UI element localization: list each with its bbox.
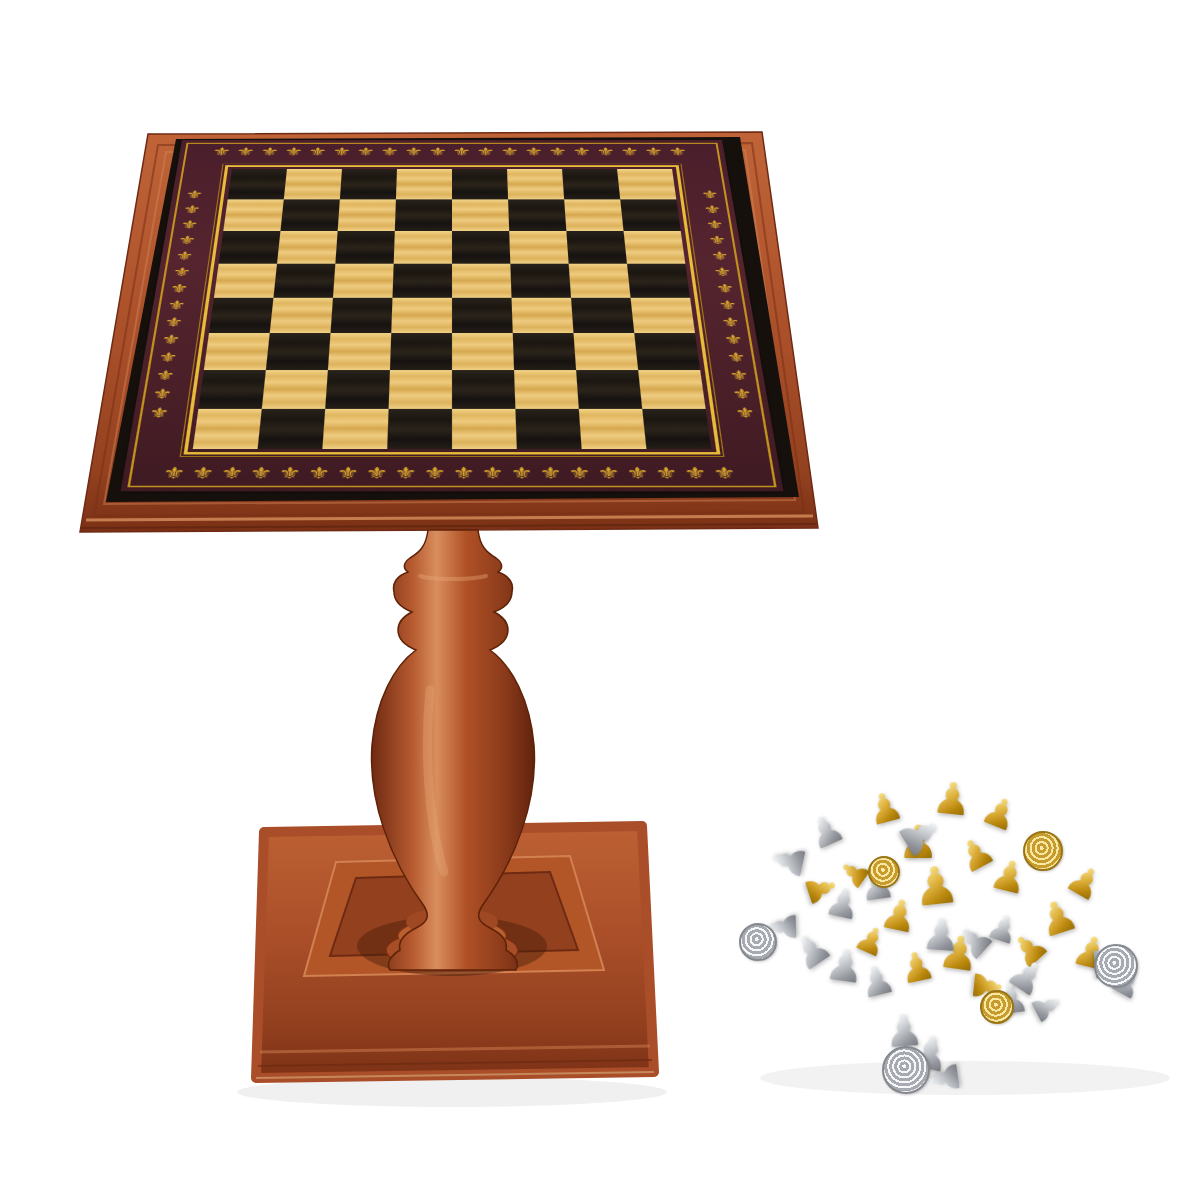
pieces-pile: ♟♟♟♟♟♟♟♟♟♟♟♟♟♟♟♟♟♟♟♟♟♟♟♟♟♟♟♟♟♟♟♟♟♟♟♟♟♟♟ — [0, 0, 1200, 1200]
silver-pawn-piece: ♟ — [855, 957, 899, 1004]
chess-table-product-photo: ⚜⚜⚜⚜⚜⚜⚜⚜⚜⚜⚜⚜⚜⚜⚜⚜⚜⚜⚜⚜⚜⚜⚜⚜⚜⚜ ⚜⚜⚜⚜⚜⚜⚜⚜⚜⚜⚜⚜⚜… — [0, 0, 1200, 1200]
silver-pawn-piece: ♟ — [765, 838, 814, 884]
silver-piece-base-disc — [1094, 944, 1138, 988]
silver-piece-base-disc — [882, 1046, 930, 1094]
silver-pawn-piece: ♟ — [821, 880, 864, 927]
gold-piece-base-disc — [868, 856, 900, 888]
gold-piece-base-disc — [1023, 831, 1063, 871]
gold-piece-base-disc — [980, 990, 1014, 1024]
silver-piece-base-disc — [739, 923, 777, 961]
